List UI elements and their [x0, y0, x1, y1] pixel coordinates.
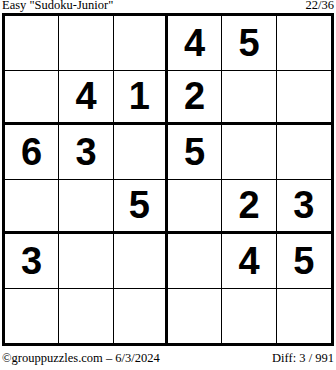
cell-r4c5-given: 2 — [222, 180, 276, 235]
cell-r2c2-given: 4 — [59, 71, 113, 126]
cell-r2c1-empty[interactable] — [5, 71, 59, 126]
cell-r6c1-empty[interactable] — [5, 289, 59, 344]
cell-r3c6-empty[interactable] — [277, 125, 331, 180]
cell-r4c6-given: 3 — [277, 180, 331, 235]
cell-r6c5-empty[interactable] — [222, 289, 276, 344]
cell-r1c3-empty[interactable] — [114, 16, 168, 71]
cell-r3c2-given: 3 — [59, 125, 113, 180]
cell-r3c4-given: 5 — [168, 125, 222, 180]
cell-r1c1-empty[interactable] — [5, 16, 59, 71]
cell-r6c6-empty[interactable] — [277, 289, 331, 344]
cell-r5c6-given: 5 — [277, 234, 331, 289]
cell-r6c3-empty[interactable] — [114, 289, 168, 344]
cell-r4c2-empty[interactable] — [59, 180, 113, 235]
cell-r2c5-empty[interactable] — [222, 71, 276, 126]
cell-r5c3-empty[interactable] — [114, 234, 168, 289]
cell-r5c1-given: 3 — [5, 234, 59, 289]
cell-r1c6-empty[interactable] — [277, 16, 331, 71]
puzzle-title: Easy "Sudoku-Junior" — [2, 0, 113, 12]
puzzle-counter: 22/36 — [306, 0, 334, 12]
cell-r1c4-given: 4 — [168, 16, 222, 71]
cell-r1c5-given: 5 — [222, 16, 276, 71]
cell-r4c4-empty[interactable] — [168, 180, 222, 235]
cell-r2c4-given: 2 — [168, 71, 222, 126]
copyright-text: ©grouppuzzles.com – 6/3/2024 — [2, 351, 160, 365]
cell-r3c3-empty[interactable] — [114, 125, 168, 180]
cell-r4c1-empty[interactable] — [5, 180, 59, 235]
puzzle-header: Easy "Sudoku-Junior" 22/36 — [2, 0, 334, 12]
difficulty-text: Diff: 3 / 991 — [272, 351, 334, 365]
cell-r2c6-empty[interactable] — [277, 71, 331, 126]
cell-r2c3-given: 1 — [114, 71, 168, 126]
puzzle-page: Easy "Sudoku-Junior" 22/36 4541263552334… — [0, 0, 336, 370]
cell-r4c3-given: 5 — [114, 180, 168, 235]
cell-r5c5-given: 4 — [222, 234, 276, 289]
cell-r5c4-empty[interactable] — [168, 234, 222, 289]
cell-r6c4-empty[interactable] — [168, 289, 222, 344]
cell-r5c2-empty[interactable] — [59, 234, 113, 289]
cell-r3c5-empty[interactable] — [222, 125, 276, 180]
cell-r1c2-empty[interactable] — [59, 16, 113, 71]
cell-r6c2-empty[interactable] — [59, 289, 113, 344]
sudoku-grid: 45412635523345 — [2, 13, 334, 346]
puzzle-footer: ©grouppuzzles.com – 6/3/2024 Diff: 3 / 9… — [2, 351, 334, 365]
cell-r3c1-given: 6 — [5, 125, 59, 180]
